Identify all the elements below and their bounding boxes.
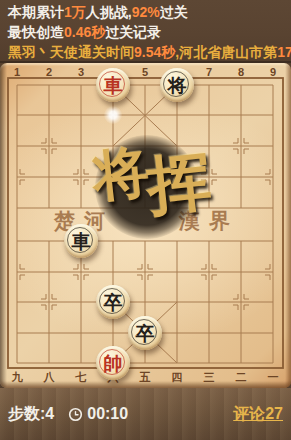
coordinate-label-top: 5 bbox=[136, 66, 154, 78]
piece-glyph: 卒 bbox=[128, 316, 162, 350]
coordinate-label-bottom: 一 bbox=[264, 370, 282, 385]
app-logo-character-right: 挥 bbox=[144, 148, 214, 218]
stats-line-fastest-record: 最快创造0.46秒过关记录 bbox=[8, 22, 291, 42]
challenge-stats-banner: 本期累计1万人挑战,92%过关 最快创造0.46秒过关记录 黑羽丶天使通关时间9… bbox=[0, 0, 291, 63]
stats-text-segment: 1万 bbox=[64, 4, 86, 20]
timer-group: 00:10 bbox=[68, 405, 128, 423]
coordinate-label-bottom: 五 bbox=[136, 370, 154, 385]
move-counter: 步数:4 bbox=[8, 404, 54, 425]
coordinate-label-bottom: 四 bbox=[168, 370, 186, 385]
stats-text-segment: 92% bbox=[132, 4, 160, 20]
stats-text-segment: 黑羽丶天使通关时间 bbox=[8, 44, 134, 60]
game-status-bar: 步数:4 00:10 评论27 bbox=[0, 388, 291, 440]
piece-glyph: 卒 bbox=[96, 285, 130, 319]
stats-text-segment: ,河北省唐山市第 bbox=[175, 44, 277, 60]
xiangqi-board[interactable]: 123456789 九八七六五四三二一 楚河 漢界 将 挥 車将車卒卒帥 bbox=[0, 63, 291, 388]
coordinate-label-top: 3 bbox=[72, 66, 90, 78]
stats-line-participants: 本期累计1万人挑战,92%过关 bbox=[8, 2, 291, 22]
piece-black-chariot[interactable]: 車 bbox=[64, 224, 98, 258]
coordinate-label-top: 2 bbox=[40, 66, 58, 78]
coordinate-label-bottom: 九 bbox=[8, 370, 26, 385]
stats-text-segment: 人挑战, bbox=[86, 4, 132, 20]
coordinate-label-top: 1 bbox=[8, 66, 26, 78]
stats-line-player-broadcast: 黑羽丶天使通关时间9.54秒,河北省唐山市第17 bbox=[8, 42, 291, 62]
board-right-bevel bbox=[285, 63, 291, 388]
stats-text-segment: 过关记录 bbox=[105, 24, 161, 40]
piece-red-chariot[interactable]: 車 bbox=[96, 68, 130, 102]
coordinate-label-bottom: 二 bbox=[232, 370, 250, 385]
coordinate-label-top: 9 bbox=[264, 66, 282, 78]
comments-link[interactable]: 评论27 bbox=[233, 404, 283, 425]
elapsed-time: 00:10 bbox=[87, 405, 128, 423]
piece-red-general[interactable]: 帥 bbox=[96, 346, 130, 380]
piece-glyph: 帥 bbox=[96, 346, 130, 380]
coordinate-label-top: 7 bbox=[200, 66, 218, 78]
coordinate-label-bottom: 三 bbox=[200, 370, 218, 385]
piece-glyph: 車 bbox=[96, 68, 130, 102]
piece-black-pawn[interactable]: 卒 bbox=[96, 285, 130, 319]
coordinate-label-bottom: 七 bbox=[72, 370, 90, 385]
stats-text-segment: 最快创造 bbox=[8, 24, 64, 40]
piece-glyph: 将 bbox=[160, 68, 194, 102]
piece-black-general[interactable]: 将 bbox=[160, 68, 194, 102]
stats-text-segment: 0.46秒 bbox=[64, 24, 105, 40]
stats-text-segment: 过关 bbox=[160, 4, 188, 20]
coordinate-label-bottom: 八 bbox=[40, 370, 58, 385]
stats-text-segment: 本期累计 bbox=[8, 4, 64, 20]
piece-black-pawn[interactable]: 卒 bbox=[128, 316, 162, 350]
stats-text-segment: 9.54秒 bbox=[134, 44, 175, 60]
board-left-bevel bbox=[0, 63, 7, 388]
piece-glyph: 車 bbox=[64, 224, 98, 258]
last-move-origin-marker bbox=[104, 106, 122, 124]
clock-icon bbox=[68, 407, 83, 422]
coordinate-label-top: 8 bbox=[232, 66, 250, 78]
stats-text-segment: 17 bbox=[277, 44, 291, 60]
